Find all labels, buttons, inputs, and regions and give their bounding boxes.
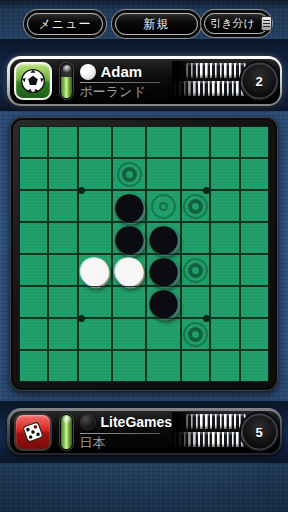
panel-separator: [80, 82, 160, 83]
score-badge-top: 2: [241, 63, 278, 100]
board-cell-h1[interactable]: [240, 126, 269, 158]
board-cell-f1[interactable]: [181, 126, 210, 158]
star-point: [78, 187, 85, 194]
player-color-disc-white: [80, 64, 96, 80]
offer-draw-button[interactable]: 引き分け: [204, 13, 269, 34]
board-cell-c5[interactable]: ●: [78, 254, 112, 286]
board-cell-a2[interactable]: [19, 158, 48, 190]
board-cell-f4[interactable]: [181, 222, 210, 254]
player-panel-top: Adam ポーランド 2: [7, 56, 282, 106]
board-cell-a8[interactable]: [19, 350, 48, 382]
panel-separator: [80, 433, 160, 434]
board-cell-f5[interactable]: [181, 254, 210, 286]
board-cell-h3[interactable]: [240, 190, 269, 222]
board-cell-a4[interactable]: [19, 222, 48, 254]
menu-button[interactable]: メニュー: [27, 13, 103, 35]
player-name-top: Adam: [101, 63, 143, 80]
board-cell-h7[interactable]: [240, 318, 269, 350]
board-cell-c8[interactable]: [78, 350, 112, 382]
dice-icon: [19, 418, 47, 446]
board-cell-g5[interactable]: [210, 254, 239, 286]
board-cell-d5[interactable]: ●: [112, 254, 146, 286]
player-panel-bottom: LiteGames 日本 5: [7, 408, 282, 455]
turn-timer-bottom: [60, 414, 73, 450]
board-cell-d7[interactable]: [112, 318, 146, 350]
board-cell-c2[interactable]: [78, 158, 112, 190]
board-cell-f2[interactable]: [181, 158, 210, 190]
board-cell-e8[interactable]: [146, 350, 180, 382]
board-cell-e7[interactable]: [146, 318, 180, 350]
board-grid: ●●●●●●●: [19, 126, 269, 382]
board-cell-g3[interactable]: [210, 190, 239, 222]
white-disc: ●: [113, 257, 145, 283]
star-point: [203, 315, 210, 322]
board-cell-h2[interactable]: [240, 158, 269, 190]
board-cell-h8[interactable]: [240, 350, 269, 382]
board-cell-f7[interactable]: [181, 318, 210, 350]
board-cell-c1[interactable]: [78, 126, 112, 158]
star-point: [203, 187, 210, 194]
board-cell-b2[interactable]: [48, 158, 77, 190]
othello-app-screen: メニュー 新規 引き分け: [0, 0, 288, 512]
legal-move-hint[interactable]: [151, 194, 176, 219]
legal-move-hint[interactable]: [117, 162, 142, 187]
top-toolbar: メニュー 新規 引き分け: [0, 0, 288, 40]
board-cell-a6[interactable]: [19, 286, 48, 318]
board-cell-b3[interactable]: [48, 190, 77, 222]
legal-move-hint[interactable]: [183, 194, 208, 219]
black-disc: ●: [147, 289, 179, 315]
board-cell-f8[interactable]: [181, 350, 210, 382]
legal-move-hint[interactable]: [183, 322, 208, 347]
board-cell-h6[interactable]: [240, 286, 269, 318]
disc-rack-top: [174, 63, 246, 99]
board-cell-g4[interactable]: [210, 222, 239, 254]
turn-timer-top: [60, 63, 73, 99]
board-cell-g2[interactable]: [210, 158, 239, 190]
board-cell-b4[interactable]: [48, 222, 77, 254]
othello-board: ●●●●●●●: [10, 117, 278, 391]
board-cell-a5[interactable]: [19, 254, 48, 286]
player-country-top: ポーランド: [80, 85, 160, 99]
board-cell-b7[interactable]: [48, 318, 77, 350]
score-badge-bottom: 5: [241, 413, 278, 450]
board-cell-a1[interactable]: [19, 126, 48, 158]
board-cell-e6[interactable]: ●: [146, 286, 180, 318]
board-cell-f3[interactable]: [181, 190, 210, 222]
board-cell-b6[interactable]: [48, 286, 77, 318]
board-cell-a7[interactable]: [19, 318, 48, 350]
board-cell-a3[interactable]: [19, 190, 48, 222]
board-cell-c3[interactable]: [78, 190, 112, 222]
player-name-bottom: LiteGames: [101, 414, 173, 431]
legal-move-hint[interactable]: [183, 258, 208, 283]
player-color-disc-black: [80, 414, 96, 430]
board-cell-g1[interactable]: [210, 126, 239, 158]
board-cell-e2[interactable]: [146, 158, 180, 190]
disc-rack-bottom: [174, 414, 246, 450]
new-game-button[interactable]: 新規: [115, 13, 198, 35]
board-cell-c6[interactable]: [78, 286, 112, 318]
soccer-ball-icon: [19, 67, 47, 95]
white-disc: ●: [79, 257, 111, 283]
board-cell-d1[interactable]: [112, 126, 146, 158]
board-surface: ●●●●●●●: [19, 126, 269, 382]
board-cell-h4[interactable]: [240, 222, 269, 254]
board-cell-b1[interactable]: [48, 126, 77, 158]
board-cell-b8[interactable]: [48, 350, 77, 382]
player-country-bottom: 日本: [80, 436, 173, 450]
board-cell-b5[interactable]: [48, 254, 77, 286]
offer-draw-label: 引き分け: [210, 16, 255, 31]
board-cell-d8[interactable]: [112, 350, 146, 382]
board-cell-g6[interactable]: [210, 286, 239, 318]
board-cell-c7[interactable]: [78, 318, 112, 350]
board-cell-e1[interactable]: [146, 126, 180, 158]
board-cell-g7[interactable]: [210, 318, 239, 350]
draw-sheet-icon: [261, 16, 272, 31]
board-cell-h5[interactable]: [240, 254, 269, 286]
avatar-bottom[interactable]: [14, 413, 52, 451]
board-cell-f6[interactable]: [181, 286, 210, 318]
board-cell-g8[interactable]: [210, 350, 239, 382]
star-point: [78, 315, 85, 322]
board-cell-d6[interactable]: [112, 286, 146, 318]
avatar-top[interactable]: [14, 62, 52, 100]
